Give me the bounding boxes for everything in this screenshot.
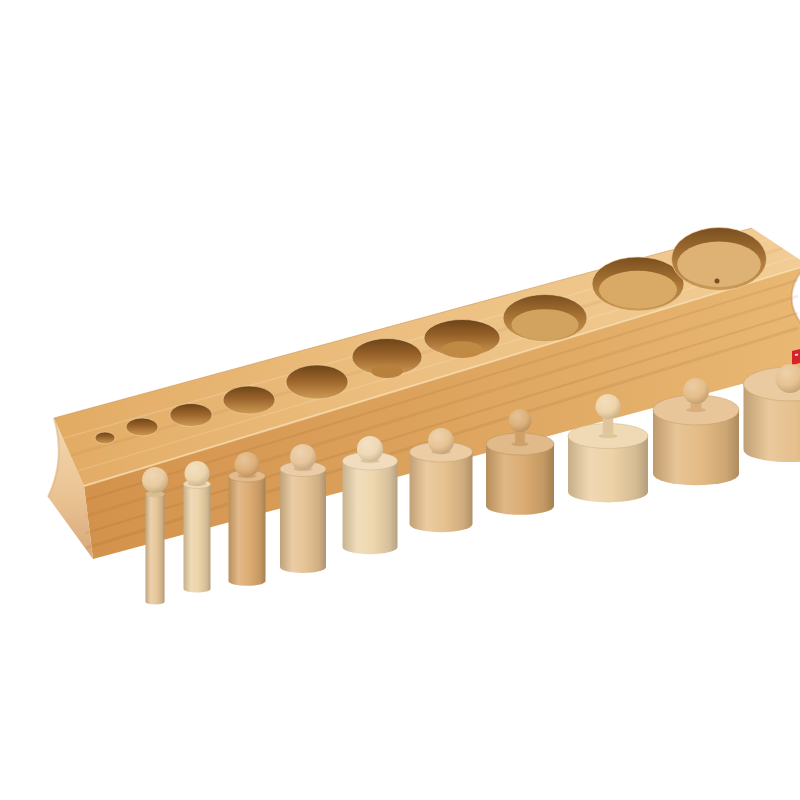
brand-tag-mark [795,354,798,356]
cylinder-body [229,476,266,586]
knob-ball [509,409,532,432]
socket-9[interactable] [592,257,684,311]
knob-ball [185,461,210,486]
knob-ball [357,436,383,462]
socket-floor [371,364,403,378]
product-photo: Wooden Montessori cylinder block: 10 gra… [40,16,800,800]
cylinder-body [343,461,398,554]
cylinder-body [146,494,165,604]
cylinder-block-scene [40,16,800,800]
socket-opening [286,365,348,399]
socket-2[interactable] [126,418,158,436]
socket-center-mark [715,279,720,284]
socket-5[interactable] [286,365,348,399]
socket-opening [170,404,212,427]
socket-opening [223,386,275,414]
socket-3[interactable] [170,404,212,427]
cylinder-body [280,469,326,573]
socket-floor [599,271,677,309]
socket-4[interactable] [223,386,275,414]
socket-opening [126,418,158,436]
cylinder-10[interactable] [744,364,800,462]
cylinder-body [184,484,211,593]
socket-opening [95,432,115,444]
socket-floor [511,309,578,340]
knob-ball [235,452,260,477]
socket-1[interactable] [95,432,115,444]
cylinder-2[interactable] [184,461,211,593]
knob-ball [290,444,316,470]
cylinder-1[interactable] [142,467,168,604]
cylinder-4[interactable] [280,444,326,573]
socket-8[interactable] [503,295,587,342]
knob-ball [596,394,621,419]
knob-ball [142,467,168,493]
knob-ball [428,428,454,454]
cylinder-body [410,452,473,532]
cylinder-3[interactable] [229,452,266,586]
socket-floor [441,341,483,358]
knob-ball [683,378,709,404]
